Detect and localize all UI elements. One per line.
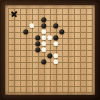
board-frame — [0, 0, 100, 100]
gomoku-app-window — [0, 0, 100, 100]
